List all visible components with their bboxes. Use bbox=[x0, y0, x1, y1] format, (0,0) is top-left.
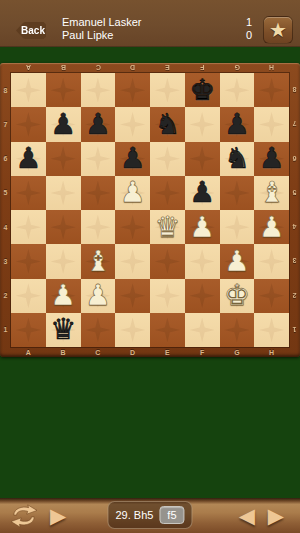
next-move-button[interactable]: ▶ bbox=[268, 505, 284, 526]
square-f1[interactable] bbox=[185, 313, 220, 347]
coord-label-a: A bbox=[11, 63, 46, 73]
square-h8[interactable] bbox=[254, 73, 289, 107]
piece-black-pawn[interactable]: ♟ bbox=[259, 144, 285, 173]
square-f5[interactable]: ♟ bbox=[185, 176, 220, 210]
white-player-score: 1 bbox=[246, 16, 252, 29]
square-g1[interactable] bbox=[220, 313, 255, 347]
coord-label-6: 6 bbox=[0, 142, 11, 176]
coord-label-e: E bbox=[150, 347, 185, 357]
coord-label-g: G bbox=[220, 347, 255, 357]
rank-labels-right: 87654321 bbox=[289, 73, 300, 347]
square-e6[interactable] bbox=[150, 142, 185, 176]
file-labels-bottom: ABCDEFGH bbox=[11, 347, 289, 357]
square-e5[interactable] bbox=[150, 176, 185, 210]
coord-label-7: 7 bbox=[289, 107, 300, 141]
coord-label-4: 4 bbox=[289, 210, 300, 244]
square-d1[interactable] bbox=[115, 313, 150, 347]
square-h2[interactable] bbox=[254, 279, 289, 313]
piece-black-queen[interactable]: ♛ bbox=[50, 315, 76, 344]
coord-label-d: D bbox=[115, 63, 150, 73]
square-h1[interactable] bbox=[254, 313, 289, 347]
piece-white-pawn[interactable]: ♟ bbox=[189, 213, 215, 242]
coord-label-e: E bbox=[150, 63, 185, 73]
square-a6[interactable]: ♟ bbox=[11, 142, 46, 176]
square-a4[interactable] bbox=[11, 210, 46, 244]
play-button[interactable]: ▶ bbox=[50, 505, 66, 526]
coord-label-a: A bbox=[11, 347, 46, 357]
square-d8[interactable] bbox=[115, 73, 150, 107]
back-button-label: Back bbox=[21, 25, 45, 36]
square-d7[interactable] bbox=[115, 107, 150, 141]
square-c1[interactable] bbox=[81, 313, 116, 347]
coord-label-1: 1 bbox=[289, 313, 300, 347]
player-scores: 1 0 bbox=[246, 16, 252, 41]
coord-label-5: 5 bbox=[0, 176, 11, 210]
white-player-name: Emanuel Lasker bbox=[62, 16, 142, 29]
piece-black-pawn[interactable]: ♟ bbox=[15, 144, 41, 173]
square-f2[interactable] bbox=[185, 279, 220, 313]
coord-label-8: 8 bbox=[0, 73, 11, 107]
square-h7[interactable] bbox=[254, 107, 289, 141]
star-icon: ★ bbox=[269, 20, 287, 40]
coord-label-h: H bbox=[254, 63, 289, 73]
square-h6[interactable]: ♟ bbox=[254, 142, 289, 176]
player-names: Emanuel Lasker Paul Lipke bbox=[62, 16, 142, 41]
square-b2[interactable]: ♟ bbox=[46, 279, 81, 313]
square-c8[interactable] bbox=[81, 73, 116, 107]
square-e1[interactable] bbox=[150, 313, 185, 347]
coord-label-f: F bbox=[185, 347, 220, 357]
square-g6[interactable]: ♞ bbox=[220, 142, 255, 176]
square-f8[interactable]: ♚ bbox=[185, 73, 220, 107]
square-e7[interactable]: ♞ bbox=[150, 107, 185, 141]
piece-white-pawn[interactable]: ♟ bbox=[50, 281, 76, 310]
board-squares: ♚♟♟♞♟♟♟♞♟♟♟♝♛♟♟♝♟♟♟♚♛ bbox=[11, 73, 289, 347]
piece-white-king[interactable]: ♚ bbox=[224, 281, 250, 310]
square-h3[interactable] bbox=[254, 244, 289, 278]
piece-black-pawn[interactable]: ♟ bbox=[50, 110, 76, 139]
piece-black-pawn[interactable]: ♟ bbox=[189, 178, 215, 207]
back-button[interactable]: Back bbox=[16, 22, 46, 39]
chess-board: ABCDEFGH ABCDEFGH 87654321 87654321 ♚♟♟♞… bbox=[0, 63, 300, 357]
previous-move-icon: ◀ bbox=[239, 505, 255, 526]
piece-white-pawn[interactable]: ♟ bbox=[259, 213, 285, 242]
piece-black-knight[interactable]: ♞ bbox=[154, 110, 180, 139]
square-d5[interactable]: ♟ bbox=[115, 176, 150, 210]
square-a8[interactable] bbox=[11, 73, 46, 107]
flip-board-icon bbox=[9, 503, 39, 529]
square-c2[interactable]: ♟ bbox=[81, 279, 116, 313]
piece-white-bishop[interactable]: ♝ bbox=[85, 247, 111, 276]
square-g2[interactable]: ♚ bbox=[220, 279, 255, 313]
piece-white-pawn[interactable]: ♟ bbox=[85, 281, 111, 310]
current-move-badge: f5 bbox=[159, 506, 184, 524]
square-b8[interactable] bbox=[46, 73, 81, 107]
piece-black-knight[interactable]: ♞ bbox=[224, 144, 250, 173]
piece-black-pawn[interactable]: ♟ bbox=[85, 110, 111, 139]
coord-label-6: 6 bbox=[289, 142, 300, 176]
coord-label-8: 8 bbox=[289, 73, 300, 107]
main-area: ABCDEFGH ABCDEFGH 87654321 87654321 ♚♟♟♞… bbox=[0, 47, 300, 498]
square-a1[interactable] bbox=[11, 313, 46, 347]
square-c5[interactable] bbox=[81, 176, 116, 210]
move-navigation: ◀ ▶ bbox=[239, 505, 284, 526]
square-a7[interactable] bbox=[11, 107, 46, 141]
square-g8[interactable] bbox=[220, 73, 255, 107]
square-d4[interactable] bbox=[115, 210, 150, 244]
piece-black-king[interactable]: ♚ bbox=[189, 76, 215, 105]
square-e3[interactable] bbox=[150, 244, 185, 278]
square-e8[interactable] bbox=[150, 73, 185, 107]
square-c3[interactable]: ♝ bbox=[81, 244, 116, 278]
square-h5[interactable]: ♝ bbox=[254, 176, 289, 210]
square-c4[interactable] bbox=[81, 210, 116, 244]
square-h4[interactable]: ♟ bbox=[254, 210, 289, 244]
square-c7[interactable]: ♟ bbox=[81, 107, 116, 141]
square-g5[interactable] bbox=[220, 176, 255, 210]
coord-label-2: 2 bbox=[289, 279, 300, 313]
square-e4[interactable]: ♛ bbox=[150, 210, 185, 244]
coord-label-3: 3 bbox=[0, 244, 11, 278]
square-a5[interactable] bbox=[11, 176, 46, 210]
piece-black-pawn[interactable]: ♟ bbox=[224, 110, 250, 139]
move-number-label: 29. Bh5 bbox=[115, 509, 153, 521]
coord-label-1: 1 bbox=[0, 313, 11, 347]
square-b1[interactable]: ♛ bbox=[46, 313, 81, 347]
square-a3[interactable] bbox=[11, 244, 46, 278]
coord-label-b: B bbox=[46, 347, 81, 357]
black-player-score: 0 bbox=[246, 29, 252, 42]
play-icon: ▶ bbox=[50, 505, 66, 526]
coord-label-4: 4 bbox=[0, 210, 11, 244]
square-b7[interactable]: ♟ bbox=[46, 107, 81, 141]
square-f7[interactable] bbox=[185, 107, 220, 141]
square-g7[interactable]: ♟ bbox=[220, 107, 255, 141]
square-d2[interactable] bbox=[115, 279, 150, 313]
piece-black-pawn[interactable]: ♟ bbox=[120, 144, 146, 173]
piece-white-pawn[interactable]: ♟ bbox=[120, 178, 146, 207]
coord-label-g: G bbox=[220, 63, 255, 73]
coord-label-f: F bbox=[185, 63, 220, 73]
square-b6[interactable] bbox=[46, 142, 81, 176]
piece-white-queen[interactable]: ♛ bbox=[154, 213, 180, 242]
previous-move-button[interactable]: ◀ bbox=[239, 505, 255, 526]
next-move-icon: ▶ bbox=[268, 505, 284, 526]
coord-label-d: D bbox=[115, 347, 150, 357]
square-f6[interactable] bbox=[185, 142, 220, 176]
square-f4[interactable]: ♟ bbox=[185, 210, 220, 244]
square-a2[interactable] bbox=[11, 279, 46, 313]
top-bar: Back Emanuel Lasker Paul Lipke 1 0 ★ bbox=[0, 0, 300, 47]
coord-label-c: C bbox=[81, 347, 116, 357]
coord-label-5: 5 bbox=[289, 176, 300, 210]
favorite-button[interactable]: ★ bbox=[263, 16, 293, 44]
square-b3[interactable] bbox=[46, 244, 81, 278]
black-player-name: Paul Lipke bbox=[62, 29, 142, 42]
flip-board-button[interactable] bbox=[8, 503, 40, 529]
piece-white-bishop[interactable]: ♝ bbox=[259, 178, 285, 207]
coord-label-2: 2 bbox=[0, 279, 11, 313]
coord-label-c: C bbox=[81, 63, 116, 73]
piece-white-pawn[interactable]: ♟ bbox=[224, 247, 250, 276]
square-b4[interactable] bbox=[46, 210, 81, 244]
coord-label-7: 7 bbox=[0, 107, 11, 141]
square-f3[interactable] bbox=[185, 244, 220, 278]
coord-label-3: 3 bbox=[289, 244, 300, 278]
rank-labels-left: 87654321 bbox=[0, 73, 11, 347]
coord-label-h: H bbox=[254, 347, 289, 357]
square-c6[interactable] bbox=[81, 142, 116, 176]
coord-label-b: B bbox=[46, 63, 81, 73]
move-display[interactable]: 29. Bh5 f5 bbox=[107, 501, 192, 529]
square-d6[interactable]: ♟ bbox=[115, 142, 150, 176]
square-g3[interactable]: ♟ bbox=[220, 244, 255, 278]
square-b5[interactable] bbox=[46, 176, 81, 210]
bottom-toolbar: ▶ 29. Bh5 f5 ◀ ▶ bbox=[0, 498, 300, 533]
file-labels-top: ABCDEFGH bbox=[11, 63, 289, 73]
square-e2[interactable] bbox=[150, 279, 185, 313]
chess-app: Back Emanuel Lasker Paul Lipke 1 0 ★ ABC… bbox=[0, 0, 300, 533]
square-g4[interactable] bbox=[220, 210, 255, 244]
square-d3[interactable] bbox=[115, 244, 150, 278]
